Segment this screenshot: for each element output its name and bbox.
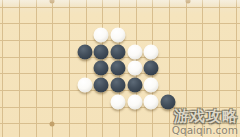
star-point: [50, 122, 55, 127]
gomoku-board[interactable]: ○○●●●○○●●○●○●●●○○○○● 游戏攻略 Qqaiqin.com: [0, 0, 240, 137]
grid-line-vertical: [52, 0, 53, 137]
black-stone: ●: [77, 44, 92, 59]
grid-line-vertical: [19, 0, 20, 137]
black-stone: ●: [94, 78, 109, 93]
grid-line-vertical: [169, 0, 170, 137]
star-point-clipped: [186, 0, 191, 4]
watermark-url: Qqaiqin.com: [172, 125, 238, 136]
white-stone: ○: [144, 94, 159, 109]
white-stone: ○: [110, 94, 125, 109]
watermark-title: 游戏攻略: [172, 109, 238, 124]
grid-line-vertical: [86, 0, 87, 137]
star-point-clipped: [50, 0, 55, 4]
grid-line-horizontal: [0, 7, 240, 8]
white-stone: ○: [127, 94, 142, 109]
grid-line-vertical: [69, 0, 70, 137]
grid-line-vertical: [36, 0, 37, 137]
watermark: 游戏攻略 Qqaiqin.com: [172, 109, 238, 136]
white-stone: ○: [77, 78, 92, 93]
grid-line-vertical: [2, 0, 3, 137]
